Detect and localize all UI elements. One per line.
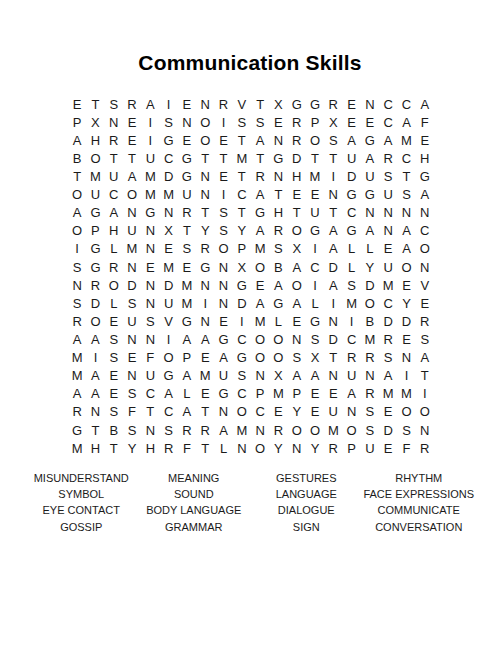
- grid-cell[interactable]: I: [86, 349, 104, 367]
- grid-cell[interactable]: R: [123, 95, 141, 113]
- grid-cell[interactable]: I: [196, 294, 214, 312]
- grid-cell[interactable]: T: [196, 403, 214, 421]
- grid-cell[interactable]: O: [397, 258, 415, 276]
- grid-cell[interactable]: L: [178, 385, 196, 403]
- grid-cell[interactable]: G: [86, 258, 104, 276]
- grid-cell[interactable]: S: [233, 113, 251, 131]
- grid-cell[interactable]: O: [68, 222, 86, 240]
- grid-cell[interactable]: C: [105, 186, 123, 204]
- grid-cell[interactable]: T: [178, 222, 196, 240]
- grid-cell[interactable]: O: [288, 222, 306, 240]
- grid-cell[interactable]: D: [397, 312, 415, 330]
- grid-cell[interactable]: A: [288, 367, 306, 385]
- grid-cell[interactable]: M: [123, 240, 141, 258]
- grid-cell[interactable]: A: [361, 222, 379, 240]
- grid-cell[interactable]: T: [233, 167, 251, 185]
- grid-cell[interactable]: S: [105, 95, 123, 113]
- grid-cell[interactable]: M: [251, 312, 269, 330]
- grid-cell[interactable]: M: [68, 349, 86, 367]
- grid-cell[interactable]: A: [397, 222, 415, 240]
- grid-cell[interactable]: I: [306, 240, 324, 258]
- grid-cell[interactable]: L: [105, 240, 123, 258]
- grid-cell[interactable]: G: [288, 95, 306, 113]
- grid-cell[interactable]: R: [178, 421, 196, 439]
- grid-cell[interactable]: N: [397, 204, 415, 222]
- grid-cell[interactable]: U: [324, 403, 342, 421]
- grid-cell[interactable]: S: [123, 421, 141, 439]
- grid-cell[interactable]: O: [159, 349, 177, 367]
- grid-cell[interactable]: M: [178, 294, 196, 312]
- grid-cell[interactable]: S: [159, 421, 177, 439]
- grid-cell[interactable]: G: [214, 330, 232, 348]
- grid-cell[interactable]: A: [159, 385, 177, 403]
- grid-cell[interactable]: U: [123, 312, 141, 330]
- grid-cell[interactable]: S: [379, 167, 397, 185]
- grid-cell[interactable]: V: [159, 312, 177, 330]
- grid-cell[interactable]: M: [306, 167, 324, 185]
- grid-cell[interactable]: G: [361, 131, 379, 149]
- grid-cell[interactable]: E: [105, 367, 123, 385]
- grid-cell[interactable]: A: [251, 294, 269, 312]
- grid-cell[interactable]: N: [361, 367, 379, 385]
- grid-cell[interactable]: N: [141, 222, 159, 240]
- grid-cell[interactable]: A: [379, 131, 397, 149]
- grid-cell[interactable]: O: [86, 149, 104, 167]
- grid-cell[interactable]: F: [397, 439, 415, 457]
- grid-cell[interactable]: R: [342, 349, 360, 367]
- grid-cell[interactable]: O: [251, 258, 269, 276]
- grid-cell[interactable]: H: [86, 131, 104, 149]
- grid-cell[interactable]: S: [105, 403, 123, 421]
- grid-cell[interactable]: S: [416, 330, 434, 348]
- grid-cell[interactable]: V: [416, 276, 434, 294]
- grid-cell[interactable]: E: [105, 312, 123, 330]
- grid-cell[interactable]: I: [342, 312, 360, 330]
- grid-cell[interactable]: E: [416, 131, 434, 149]
- grid-cell[interactable]: E: [105, 385, 123, 403]
- grid-cell[interactable]: A: [361, 149, 379, 167]
- grid-cell[interactable]: P: [86, 222, 104, 240]
- grid-cell[interactable]: S: [251, 113, 269, 131]
- grid-cell[interactable]: E: [416, 294, 434, 312]
- grid-cell[interactable]: I: [68, 240, 86, 258]
- grid-cell[interactable]: C: [379, 294, 397, 312]
- grid-cell[interactable]: N: [214, 258, 232, 276]
- grid-cell[interactable]: A: [86, 330, 104, 348]
- grid-cell[interactable]: H: [269, 204, 287, 222]
- grid-cell[interactable]: O: [86, 312, 104, 330]
- grid-cell[interactable]: T: [324, 149, 342, 167]
- grid-cell[interactable]: N: [123, 367, 141, 385]
- grid-cell[interactable]: S: [123, 385, 141, 403]
- grid-cell[interactable]: C: [233, 385, 251, 403]
- grid-cell[interactable]: G: [342, 186, 360, 204]
- grid-cell[interactable]: N: [361, 204, 379, 222]
- grid-cell[interactable]: T: [251, 149, 269, 167]
- grid-cell[interactable]: U: [361, 167, 379, 185]
- grid-cell[interactable]: U: [379, 258, 397, 276]
- grid-cell[interactable]: E: [159, 240, 177, 258]
- grid-cell[interactable]: T: [324, 204, 342, 222]
- grid-cell[interactable]: G: [251, 204, 269, 222]
- grid-cell[interactable]: D: [342, 167, 360, 185]
- grid-cell[interactable]: N: [141, 276, 159, 294]
- grid-cell[interactable]: D: [233, 294, 251, 312]
- grid-cell[interactable]: O: [196, 131, 214, 149]
- grid-cell[interactable]: P: [178, 349, 196, 367]
- grid-cell[interactable]: N: [379, 222, 397, 240]
- grid-cell[interactable]: X: [269, 367, 287, 385]
- grid-cell[interactable]: U: [379, 186, 397, 204]
- grid-cell[interactable]: A: [288, 294, 306, 312]
- grid-cell[interactable]: A: [68, 385, 86, 403]
- grid-cell[interactable]: U: [361, 439, 379, 457]
- grid-cell[interactable]: A: [178, 367, 196, 385]
- grid-cell[interactable]: Y: [123, 439, 141, 457]
- grid-cell[interactable]: M: [397, 131, 415, 149]
- grid-cell[interactable]: M: [178, 276, 196, 294]
- grid-cell[interactable]: A: [214, 421, 232, 439]
- grid-cell[interactable]: U: [178, 186, 196, 204]
- grid-cell[interactable]: G: [269, 294, 287, 312]
- grid-cell[interactable]: R: [86, 276, 104, 294]
- grid-cell[interactable]: S: [233, 367, 251, 385]
- grid-cell[interactable]: U: [342, 367, 360, 385]
- grid-cell[interactable]: M: [342, 294, 360, 312]
- grid-cell[interactable]: A: [397, 240, 415, 258]
- grid-cell[interactable]: N: [196, 167, 214, 185]
- grid-cell[interactable]: P: [68, 113, 86, 131]
- grid-cell[interactable]: A: [416, 95, 434, 113]
- grid-cell[interactable]: S: [342, 276, 360, 294]
- grid-cell[interactable]: M: [141, 167, 159, 185]
- grid-cell[interactable]: N: [251, 367, 269, 385]
- grid-cell[interactable]: X: [324, 113, 342, 131]
- grid-cell[interactable]: R: [68, 312, 86, 330]
- grid-cell[interactable]: D: [379, 421, 397, 439]
- grid-cell[interactable]: G: [306, 312, 324, 330]
- grid-cell[interactable]: T: [416, 367, 434, 385]
- grid-cell[interactable]: O: [233, 403, 251, 421]
- grid-cell[interactable]: M: [196, 367, 214, 385]
- grid-cell[interactable]: E: [196, 385, 214, 403]
- grid-cell[interactable]: E: [178, 95, 196, 113]
- grid-cell[interactable]: U: [306, 204, 324, 222]
- grid-cell[interactable]: T: [86, 421, 104, 439]
- grid-cell[interactable]: P: [306, 113, 324, 131]
- grid-cell[interactable]: E: [123, 131, 141, 149]
- grid-cell[interactable]: M: [141, 186, 159, 204]
- grid-cell[interactable]: N: [178, 113, 196, 131]
- grid-cell[interactable]: S: [105, 330, 123, 348]
- grid-cell[interactable]: I: [214, 113, 232, 131]
- grid-cell[interactable]: T: [233, 204, 251, 222]
- grid-cell[interactable]: X: [86, 113, 104, 131]
- grid-cell[interactable]: C: [306, 258, 324, 276]
- grid-cell[interactable]: C: [342, 204, 360, 222]
- grid-cell[interactable]: T: [86, 95, 104, 113]
- grid-cell[interactable]: N: [416, 204, 434, 222]
- grid-cell[interactable]: X: [288, 240, 306, 258]
- grid-cell[interactable]: E: [361, 113, 379, 131]
- grid-cell[interactable]: G: [68, 421, 86, 439]
- grid-cell[interactable]: M: [324, 421, 342, 439]
- grid-cell[interactable]: R: [251, 167, 269, 185]
- grid-cell[interactable]: N: [251, 421, 269, 439]
- grid-cell[interactable]: M: [68, 439, 86, 457]
- grid-cell[interactable]: N: [214, 403, 232, 421]
- grid-cell[interactable]: A: [86, 385, 104, 403]
- grid-cell[interactable]: C: [159, 403, 177, 421]
- grid-cell[interactable]: H: [288, 167, 306, 185]
- grid-cell[interactable]: R: [288, 131, 306, 149]
- grid-cell[interactable]: O: [269, 349, 287, 367]
- grid-cell[interactable]: A: [68, 131, 86, 149]
- grid-cell[interactable]: B: [269, 258, 287, 276]
- grid-cell[interactable]: O: [251, 349, 269, 367]
- grid-cell[interactable]: G: [159, 367, 177, 385]
- grid-cell[interactable]: X: [306, 349, 324, 367]
- grid-cell[interactable]: H: [141, 439, 159, 457]
- grid-cell[interactable]: A: [342, 131, 360, 149]
- grid-cell[interactable]: T: [269, 186, 287, 204]
- grid-cell[interactable]: T: [214, 149, 232, 167]
- grid-cell[interactable]: A: [68, 204, 86, 222]
- grid-cell[interactable]: R: [196, 240, 214, 258]
- grid-cell[interactable]: N: [196, 95, 214, 113]
- grid-cell[interactable]: U: [141, 149, 159, 167]
- grid-cell[interactable]: N: [196, 186, 214, 204]
- grid-cell[interactable]: G: [342, 222, 360, 240]
- grid-cell[interactable]: R: [68, 403, 86, 421]
- grid-cell[interactable]: E: [379, 240, 397, 258]
- grid-cell[interactable]: G: [233, 349, 251, 367]
- grid-cell[interactable]: N: [288, 330, 306, 348]
- grid-cell[interactable]: M: [269, 385, 287, 403]
- grid-cell[interactable]: M: [86, 167, 104, 185]
- grid-cell[interactable]: N: [416, 421, 434, 439]
- grid-cell[interactable]: D: [324, 330, 342, 348]
- grid-cell[interactable]: E: [288, 186, 306, 204]
- grid-cell[interactable]: L: [105, 294, 123, 312]
- grid-cell[interactable]: D: [288, 149, 306, 167]
- grid-cell[interactable]: S: [288, 349, 306, 367]
- grid-cell[interactable]: G: [159, 131, 177, 149]
- grid-cell[interactable]: L: [342, 258, 360, 276]
- grid-cell[interactable]: S: [379, 349, 397, 367]
- grid-cell[interactable]: L: [361, 240, 379, 258]
- grid-cell[interactable]: E: [123, 349, 141, 367]
- grid-cell[interactable]: R: [196, 421, 214, 439]
- grid-cell[interactable]: T: [105, 149, 123, 167]
- grid-cell[interactable]: G: [178, 167, 196, 185]
- grid-cell[interactable]: G: [269, 149, 287, 167]
- grid-cell[interactable]: E: [196, 349, 214, 367]
- grid-cell[interactable]: L: [269, 312, 287, 330]
- grid-cell[interactable]: O: [251, 330, 269, 348]
- grid-cell[interactable]: R: [269, 222, 287, 240]
- grid-cell[interactable]: M: [233, 421, 251, 439]
- grid-cell[interactable]: A: [342, 385, 360, 403]
- grid-cell[interactable]: Y: [288, 403, 306, 421]
- grid-cell[interactable]: E: [379, 439, 397, 457]
- grid-cell[interactable]: R: [361, 385, 379, 403]
- grid-cell[interactable]: E: [306, 186, 324, 204]
- grid-cell[interactable]: X: [159, 222, 177, 240]
- grid-cell[interactable]: L: [214, 439, 232, 457]
- grid-cell[interactable]: S: [269, 240, 287, 258]
- grid-cell[interactable]: N: [269, 131, 287, 149]
- grid-cell[interactable]: D: [159, 276, 177, 294]
- grid-cell[interactable]: A: [251, 186, 269, 204]
- grid-cell[interactable]: M: [379, 276, 397, 294]
- grid-cell[interactable]: A: [178, 330, 196, 348]
- grid-cell[interactable]: I: [159, 95, 177, 113]
- grid-cell[interactable]: X: [269, 95, 287, 113]
- grid-cell[interactable]: C: [416, 222, 434, 240]
- grid-cell[interactable]: N: [86, 403, 104, 421]
- grid-cell[interactable]: O: [288, 421, 306, 439]
- grid-cell[interactable]: P: [288, 385, 306, 403]
- grid-cell[interactable]: T: [288, 204, 306, 222]
- grid-cell[interactable]: A: [214, 349, 232, 367]
- grid-cell[interactable]: R: [324, 95, 342, 113]
- grid-cell[interactable]: S: [68, 258, 86, 276]
- grid-cell[interactable]: U: [214, 367, 232, 385]
- grid-cell[interactable]: R: [416, 439, 434, 457]
- grid-cell[interactable]: Y: [233, 222, 251, 240]
- grid-cell[interactable]: A: [306, 367, 324, 385]
- grid-cell[interactable]: E: [397, 276, 415, 294]
- grid-cell[interactable]: I: [159, 330, 177, 348]
- grid-cell[interactable]: O: [251, 439, 269, 457]
- grid-cell[interactable]: U: [105, 167, 123, 185]
- grid-cell[interactable]: G: [86, 204, 104, 222]
- grid-cell[interactable]: E: [178, 258, 196, 276]
- grid-cell[interactable]: I: [324, 294, 342, 312]
- grid-cell[interactable]: L: [342, 240, 360, 258]
- grid-cell[interactable]: G: [141, 204, 159, 222]
- grid-cell[interactable]: S: [324, 131, 342, 149]
- grid-cell[interactable]: O: [288, 276, 306, 294]
- grid-cell[interactable]: N: [141, 240, 159, 258]
- grid-cell[interactable]: T: [105, 439, 123, 457]
- grid-cell[interactable]: M: [159, 258, 177, 276]
- grid-cell[interactable]: C: [233, 330, 251, 348]
- grid-cell[interactable]: N: [361, 95, 379, 113]
- grid-cell[interactable]: I: [141, 131, 159, 149]
- grid-cell[interactable]: F: [416, 113, 434, 131]
- grid-cell[interactable]: Y: [397, 294, 415, 312]
- grid-cell[interactable]: M: [379, 385, 397, 403]
- grid-cell[interactable]: V: [233, 95, 251, 113]
- grid-cell[interactable]: A: [141, 95, 159, 113]
- grid-cell[interactable]: U: [141, 367, 159, 385]
- grid-cell[interactable]: R: [159, 439, 177, 457]
- grid-cell[interactable]: O: [214, 240, 232, 258]
- grid-cell[interactable]: A: [68, 330, 86, 348]
- grid-cell[interactable]: E: [288, 312, 306, 330]
- grid-cell[interactable]: G: [86, 240, 104, 258]
- grid-cell[interactable]: E: [397, 330, 415, 348]
- grid-cell[interactable]: I: [416, 385, 434, 403]
- grid-cell[interactable]: R: [288, 113, 306, 131]
- grid-cell[interactable]: G: [196, 258, 214, 276]
- grid-cell[interactable]: O: [306, 421, 324, 439]
- grid-cell[interactable]: B: [68, 149, 86, 167]
- grid-cell[interactable]: M: [361, 330, 379, 348]
- grid-cell[interactable]: H: [86, 439, 104, 457]
- grid-cell[interactable]: N: [324, 367, 342, 385]
- grid-cell[interactable]: G: [416, 167, 434, 185]
- grid-cell[interactable]: O: [68, 186, 86, 204]
- grid-cell[interactable]: B: [105, 421, 123, 439]
- grid-cell[interactable]: N: [196, 276, 214, 294]
- grid-cell[interactable]: D: [379, 312, 397, 330]
- grid-cell[interactable]: X: [233, 258, 251, 276]
- grid-cell[interactable]: G: [178, 312, 196, 330]
- grid-cell[interactable]: F: [141, 349, 159, 367]
- grid-cell[interactable]: M: [159, 186, 177, 204]
- grid-cell[interactable]: S: [397, 421, 415, 439]
- grid-cell[interactable]: M: [251, 240, 269, 258]
- grid-cell[interactable]: I: [397, 367, 415, 385]
- grid-cell[interactable]: C: [379, 95, 397, 113]
- grid-cell[interactable]: A: [324, 240, 342, 258]
- grid-cell[interactable]: G: [233, 276, 251, 294]
- grid-cell[interactable]: O: [361, 294, 379, 312]
- grid-cell[interactable]: N: [342, 403, 360, 421]
- grid-cell[interactable]: M: [68, 367, 86, 385]
- grid-cell[interactable]: C: [233, 186, 251, 204]
- grid-cell[interactable]: G: [178, 149, 196, 167]
- grid-cell[interactable]: N: [324, 312, 342, 330]
- grid-cell[interactable]: T: [123, 149, 141, 167]
- grid-cell[interactable]: N: [288, 439, 306, 457]
- grid-cell[interactable]: A: [416, 186, 434, 204]
- grid-cell[interactable]: E: [269, 113, 287, 131]
- grid-cell[interactable]: S: [178, 240, 196, 258]
- grid-cell[interactable]: A: [324, 222, 342, 240]
- grid-cell[interactable]: N: [214, 294, 232, 312]
- grid-cell[interactable]: A: [379, 367, 397, 385]
- grid-cell[interactable]: I: [306, 276, 324, 294]
- grid-cell[interactable]: N: [123, 258, 141, 276]
- grid-cell[interactable]: N: [233, 439, 251, 457]
- grid-cell[interactable]: R: [324, 439, 342, 457]
- grid-cell[interactable]: R: [214, 95, 232, 113]
- grid-cell[interactable]: P: [251, 385, 269, 403]
- grid-cell[interactable]: I: [324, 167, 342, 185]
- grid-cell[interactable]: E: [306, 403, 324, 421]
- grid-cell[interactable]: E: [306, 385, 324, 403]
- grid-cell[interactable]: Y: [196, 222, 214, 240]
- grid-cell[interactable]: N: [123, 204, 141, 222]
- grid-cell[interactable]: E: [342, 113, 360, 131]
- grid-cell[interactable]: Y: [306, 439, 324, 457]
- grid-cell[interactable]: S: [159, 113, 177, 131]
- grid-cell[interactable]: C: [397, 95, 415, 113]
- grid-cell[interactable]: C: [342, 330, 360, 348]
- grid-cell[interactable]: P: [233, 240, 251, 258]
- grid-cell[interactable]: D: [123, 276, 141, 294]
- grid-cell[interactable]: S: [306, 330, 324, 348]
- grid-cell[interactable]: T: [196, 439, 214, 457]
- grid-cell[interactable]: N: [141, 330, 159, 348]
- grid-cell[interactable]: C: [397, 149, 415, 167]
- grid-cell[interactable]: S: [68, 294, 86, 312]
- grid-cell[interactable]: F: [178, 439, 196, 457]
